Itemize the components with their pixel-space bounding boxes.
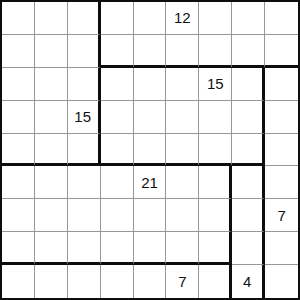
cell-r1c4[interactable]: [101, 2, 134, 35]
cell-r2c7[interactable]: [199, 35, 232, 68]
cell-r4c6[interactable]: [166, 101, 199, 134]
cell-r3c8[interactable]: [232, 68, 265, 101]
cell-r2c2[interactable]: [35, 35, 68, 68]
cell-r9c9[interactable]: [265, 265, 298, 298]
cell-r2c9[interactable]: [265, 35, 298, 68]
cell-r7c9[interactable]: 7: [265, 199, 298, 232]
cell-r6c2[interactable]: [35, 166, 68, 199]
cell-r6c4[interactable]: [101, 166, 134, 199]
cell-r1c1[interactable]: [2, 2, 35, 35]
cell-r8c7[interactable]: [199, 232, 232, 265]
cell-r7c6[interactable]: [166, 199, 199, 232]
cell-r2c4[interactable]: [101, 35, 134, 68]
cell-r4c8[interactable]: [232, 101, 265, 134]
cell-r9c8[interactable]: 4: [232, 265, 265, 298]
cell-r6c7[interactable]: [199, 166, 232, 199]
cell-r6c5[interactable]: 21: [134, 166, 167, 199]
cell-r6c6[interactable]: [166, 166, 199, 199]
cell-r7c8[interactable]: [232, 199, 265, 232]
cell-r5c6[interactable]: [166, 134, 199, 167]
cell-r5c3[interactable]: [68, 134, 101, 167]
cell-r3c5[interactable]: [134, 68, 167, 101]
cell-r8c3[interactable]: [68, 232, 101, 265]
cell-r9c6[interactable]: 7: [166, 265, 199, 298]
cell-r7c3[interactable]: [68, 199, 101, 232]
cell-r7c4[interactable]: [101, 199, 134, 232]
cell-r6c3[interactable]: [68, 166, 101, 199]
cell-r5c1[interactable]: [2, 134, 35, 167]
cell-r6c8[interactable]: [232, 166, 265, 199]
cell-r3c6[interactable]: [166, 68, 199, 101]
area-clue: 15: [74, 109, 91, 124]
cell-r9c2[interactable]: [35, 265, 68, 298]
cell-r1c9[interactable]: [265, 2, 298, 35]
area-clue: 7: [178, 274, 186, 289]
area-clue: 21: [141, 175, 158, 190]
cell-r7c1[interactable]: [2, 199, 35, 232]
cell-r8c4[interactable]: [101, 232, 134, 265]
area-clue: 15: [207, 76, 224, 91]
cell-r3c2[interactable]: [35, 68, 68, 101]
cell-r9c1[interactable]: [2, 265, 35, 298]
cell-r3c7[interactable]: 15: [199, 68, 232, 101]
cell-r3c1[interactable]: [2, 68, 35, 101]
cell-r3c4[interactable]: [101, 68, 134, 101]
shikaku-board: 12151521774: [0, 0, 300, 300]
cell-r7c2[interactable]: [35, 199, 68, 232]
cell-r7c7[interactable]: [199, 199, 232, 232]
cell-r1c6[interactable]: 12: [166, 2, 199, 35]
cell-r7c5[interactable]: [134, 199, 167, 232]
cell-r4c3[interactable]: 15: [68, 101, 101, 134]
cell-r5c9[interactable]: [265, 134, 298, 167]
cell-r2c3[interactable]: [68, 35, 101, 68]
cell-r1c5[interactable]: [134, 2, 167, 35]
cell-r1c2[interactable]: [35, 2, 68, 35]
cell-r2c8[interactable]: [232, 35, 265, 68]
cell-r6c1[interactable]: [2, 166, 35, 199]
cell-r8c2[interactable]: [35, 232, 68, 265]
cell-r5c4[interactable]: [101, 134, 134, 167]
cell-r3c3[interactable]: [68, 68, 101, 101]
cell-r4c5[interactable]: [134, 101, 167, 134]
area-clue: 4: [243, 274, 251, 289]
cell-r5c2[interactable]: [35, 134, 68, 167]
cell-r4c2[interactable]: [35, 101, 68, 134]
cell-r9c4[interactable]: [101, 265, 134, 298]
cell-r4c7[interactable]: [199, 101, 232, 134]
cell-r5c7[interactable]: [199, 134, 232, 167]
cell-r1c8[interactable]: [232, 2, 265, 35]
cell-r6c9[interactable]: [265, 166, 298, 199]
cell-r2c1[interactable]: [2, 35, 35, 68]
cell-r8c5[interactable]: [134, 232, 167, 265]
cell-r4c4[interactable]: [101, 101, 134, 134]
cell-r4c1[interactable]: [2, 101, 35, 134]
cell-r2c6[interactable]: [166, 35, 199, 68]
cell-r4c9[interactable]: [265, 101, 298, 134]
cell-r1c3[interactable]: [68, 2, 101, 35]
cell-r9c7[interactable]: [199, 265, 232, 298]
cell-r8c8[interactable]: [232, 232, 265, 265]
cell-r8c9[interactable]: [265, 232, 298, 265]
area-clue: 12: [174, 10, 191, 25]
cell-r9c5[interactable]: [134, 265, 167, 298]
cell-r1c7[interactable]: [199, 2, 232, 35]
cell-r5c8[interactable]: [232, 134, 265, 167]
cell-r9c3[interactable]: [68, 265, 101, 298]
cell-r3c9[interactable]: [265, 68, 298, 101]
cell-r5c5[interactable]: [134, 134, 167, 167]
area-clue: 7: [277, 208, 285, 223]
cell-r8c6[interactable]: [166, 232, 199, 265]
cell-r8c1[interactable]: [2, 232, 35, 265]
cell-r2c5[interactable]: [134, 35, 167, 68]
